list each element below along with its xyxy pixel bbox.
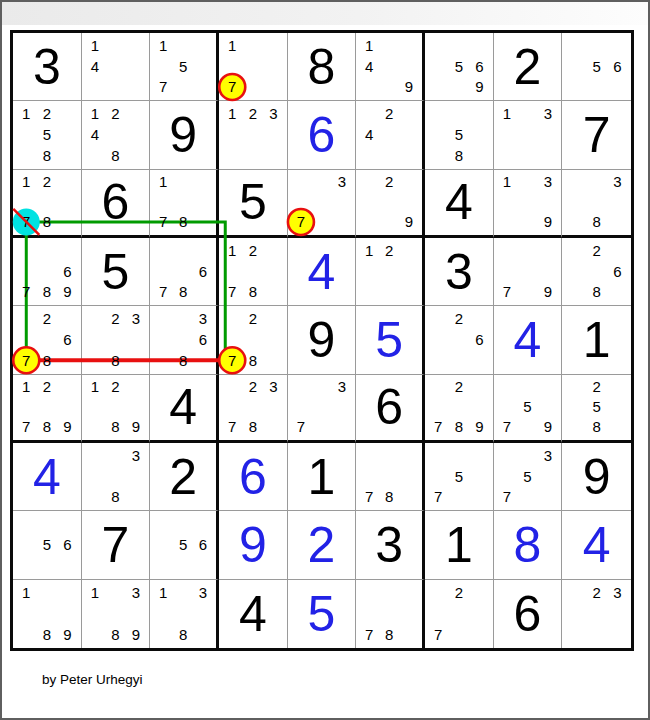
cell-r2c2[interactable]: 1248 (82, 101, 151, 169)
candidate-2: 2 (449, 377, 470, 397)
candidate-8: 8 (243, 282, 264, 303)
cell-r2c8[interactable]: 13 (494, 101, 563, 169)
cell-r1c3[interactable]: 157 (150, 33, 219, 101)
candidate-1: 1 (497, 103, 518, 124)
candidate-9: 9 (57, 282, 78, 303)
candidate-7: 7 (222, 350, 243, 371)
sudoku-board: 3141571781495692561258124891236245813712… (10, 30, 634, 651)
cell-r7c1[interactable]: 4 (13, 443, 82, 511)
candidates: 678 (153, 240, 213, 302)
cell-r1c1[interactable]: 3 (13, 33, 82, 101)
candidate-9: 9 (57, 417, 78, 437)
candidate-8: 8 (379, 624, 399, 645)
cell-r9c9[interactable]: 23 (562, 580, 631, 648)
given-digit: 9 (150, 101, 216, 168)
candidate-7: 7 (428, 487, 449, 508)
cell-r4c5[interactable]: 4 (288, 238, 357, 306)
candidate-5: 5 (586, 56, 607, 77)
candidate-9: 9 (126, 417, 147, 437)
candidate-7: 7 (153, 212, 173, 232)
candidate-3: 3 (538, 172, 559, 192)
cell-r5c9[interactable]: 1 (562, 306, 631, 374)
candidates: 58 (428, 103, 490, 165)
cell-r4c9[interactable]: 268 (562, 238, 631, 306)
cell-r3c9[interactable]: 38 (562, 170, 631, 238)
candidates: 238 (85, 308, 147, 370)
candidate-8: 8 (105, 145, 126, 166)
given-digit: 6 (494, 580, 562, 648)
cell-r9c6[interactable]: 78 (356, 580, 425, 648)
candidate-1: 1 (222, 35, 243, 56)
candidate-6: 6 (469, 56, 490, 77)
candidate-8: 8 (379, 487, 399, 508)
candidate-2: 2 (449, 582, 470, 603)
cell-r3c7[interactable]: 4 (425, 170, 494, 238)
cell-r6c6[interactable]: 6 (356, 375, 425, 443)
cell-r4c4[interactable]: 1278 (219, 238, 288, 306)
cell-r2c1[interactable]: 1258 (13, 101, 82, 169)
candidate-8: 8 (37, 624, 58, 645)
candidates: 23 (565, 582, 628, 645)
cell-r2c4[interactable]: 123 (219, 101, 288, 169)
candidate-4: 4 (359, 56, 379, 77)
cell-r2c3[interactable]: 9 (150, 101, 219, 169)
candidate-8: 8 (105, 487, 126, 508)
candidate-2: 2 (243, 377, 264, 397)
candidates: 37 (291, 377, 353, 437)
candidate-9: 9 (399, 77, 419, 98)
candidate-1: 1 (359, 240, 379, 261)
cell-r7c8[interactable]: 357 (494, 443, 563, 511)
candidate-5: 5 (449, 56, 470, 77)
candidates: 38 (85, 445, 147, 507)
candidate-1: 1 (222, 240, 243, 261)
cell-r6c8[interactable]: 579 (494, 375, 563, 443)
candidates: 278 (222, 308, 284, 370)
cell-r9c2[interactable]: 1389 (82, 580, 151, 648)
candidates: 1258 (16, 103, 78, 165)
cell-r9c4[interactable]: 4 (219, 580, 288, 648)
candidate-1: 1 (85, 103, 106, 124)
given-digit: 8 (288, 33, 356, 100)
given-digit: 5 (219, 170, 287, 235)
cell-r6c5[interactable]: 37 (288, 375, 357, 443)
cell-r5c3[interactable]: 368 (150, 306, 219, 374)
candidate-8: 8 (37, 417, 58, 437)
given-digit: 7 (82, 511, 150, 578)
given-digit: 5 (82, 238, 150, 305)
candidates: 268 (565, 240, 628, 302)
candidates: 24 (359, 103, 419, 165)
given-digit: 3 (356, 511, 422, 578)
cell-r4c6[interactable]: 12 (356, 238, 425, 306)
cell-r7c6[interactable]: 78 (356, 443, 425, 511)
solved-digit: 5 (288, 580, 356, 648)
candidate-1: 1 (153, 35, 173, 56)
candidate-3: 3 (538, 445, 559, 466)
cell-r7c3[interactable]: 2 (150, 443, 219, 511)
given-digit: 2 (150, 443, 216, 510)
candidates: 57 (428, 445, 490, 507)
candidate-8: 8 (105, 624, 126, 645)
candidates: 1248 (85, 103, 147, 165)
candidates: 569 (428, 35, 490, 97)
candidates: 14 (85, 35, 147, 97)
cell-r2c6[interactable]: 24 (356, 101, 425, 169)
cell-r8c1[interactable]: 56 (13, 511, 82, 579)
cell-r5c8[interactable]: 4 (494, 306, 563, 374)
cell-r8c3[interactable]: 56 (150, 511, 219, 579)
candidate-8: 8 (173, 350, 193, 371)
cell-r4c7[interactable]: 3 (425, 238, 494, 306)
candidate-2: 2 (449, 308, 470, 329)
candidate-6: 6 (607, 56, 628, 77)
candidates: 79 (497, 240, 559, 302)
candidates: 139 (497, 172, 559, 232)
candidates: 29 (359, 172, 419, 232)
cell-r9c8[interactable]: 6 (494, 580, 563, 648)
candidate-7: 7 (153, 282, 173, 303)
given-digit: 7 (562, 101, 631, 168)
candidate-6: 6 (193, 261, 213, 282)
solved-digit: 6 (219, 443, 287, 510)
candidates: 56 (153, 513, 213, 575)
candidate-2: 2 (105, 377, 126, 397)
candidate-6: 6 (193, 329, 213, 350)
cell-r2c5[interactable]: 6 (288, 101, 357, 169)
candidates: 579 (497, 377, 559, 437)
candidates: 157 (153, 35, 213, 97)
candidates: 13 (497, 103, 559, 165)
candidates: 123 (222, 103, 284, 165)
cell-r1c9[interactable]: 56 (562, 33, 631, 101)
candidate-7: 7 (359, 624, 379, 645)
candidate-5: 5 (37, 124, 58, 145)
cell-r6c9[interactable]: 258 (562, 375, 631, 443)
candidate-3: 3 (193, 308, 213, 329)
candidates: 2789 (428, 377, 490, 437)
candidate-3: 3 (126, 445, 147, 466)
candidate-9: 9 (126, 624, 147, 645)
candidates: 2678 (16, 308, 78, 370)
candidates: 78 (359, 582, 419, 645)
candidate-2: 2 (105, 103, 126, 124)
candidates: 38 (565, 172, 628, 232)
candidates: 1278 (222, 240, 284, 302)
candidate-6: 6 (57, 329, 78, 350)
given-digit: 9 (288, 306, 356, 373)
cell-r9c7[interactable]: 27 (425, 580, 494, 648)
candidate-7: 7 (291, 417, 312, 437)
candidates: 189 (16, 582, 78, 645)
cell-r4c3[interactable]: 678 (150, 238, 219, 306)
candidate-7: 7 (222, 282, 243, 303)
candidate-2: 2 (379, 103, 399, 124)
candidates: 178 (153, 172, 213, 232)
candidate-7: 7 (497, 282, 518, 303)
candidates: 12 (359, 240, 419, 302)
candidate-1: 1 (16, 103, 37, 124)
cell-r3c5[interactable]: 37 (288, 170, 357, 238)
candidate-1: 1 (16, 172, 37, 192)
cell-r3c4[interactable]: 5 (219, 170, 288, 238)
candidate-3: 3 (126, 308, 147, 329)
cell-r9c3[interactable]: 138 (150, 580, 219, 648)
candidate-7: 7 (359, 487, 379, 508)
candidate-1: 1 (85, 377, 106, 397)
solved-digit: 4 (562, 511, 631, 578)
candidates: 2378 (222, 377, 284, 437)
candidate-8: 8 (243, 417, 264, 437)
candidate-8: 8 (449, 417, 470, 437)
candidate-8: 8 (586, 417, 607, 437)
candidates: 56 (16, 513, 78, 575)
candidate-1: 1 (497, 172, 518, 192)
cell-r3c3[interactable]: 178 (150, 170, 219, 238)
candidates: 149 (359, 35, 419, 97)
candidate-6: 6 (57, 534, 78, 555)
sudoku-window: 3141571781495692561258124891236245813712… (0, 0, 650, 720)
cell-r7c7[interactable]: 57 (425, 443, 494, 511)
candidate-8: 8 (243, 350, 264, 371)
cell-r7c5[interactable]: 1 (288, 443, 357, 511)
candidates: 138 (153, 582, 213, 645)
candidate-8: 8 (586, 282, 607, 303)
candidate-6: 6 (193, 534, 213, 555)
given-digit: 3 (425, 238, 493, 305)
cell-r8c8[interactable]: 8 (494, 511, 563, 579)
cell-r1c7[interactable]: 569 (425, 33, 494, 101)
candidate-3: 3 (607, 172, 628, 192)
candidate-2: 2 (586, 240, 607, 261)
candidate-9: 9 (538, 282, 559, 303)
candidate-3: 3 (607, 582, 628, 603)
candidates: 12789 (16, 377, 78, 437)
candidate-5: 5 (173, 534, 193, 555)
candidate-3: 3 (126, 582, 147, 603)
given-digit: 4 (150, 375, 216, 440)
candidate-3: 3 (193, 582, 213, 603)
candidate-8: 8 (105, 417, 126, 437)
candidates: 56 (565, 35, 628, 97)
candidates: 368 (153, 308, 213, 370)
cell-r2c7[interactable]: 58 (425, 101, 494, 169)
cell-r7c4[interactable]: 6 (219, 443, 288, 511)
cell-r5c4[interactable]: 278 (219, 306, 288, 374)
solved-digit: 4 (494, 306, 562, 373)
candidate-2: 2 (379, 172, 399, 192)
candidate-3: 3 (332, 377, 353, 397)
candidate-9: 9 (469, 417, 490, 437)
cell-r3c6[interactable]: 29 (356, 170, 425, 238)
candidate-3: 3 (538, 103, 559, 124)
cell-r3c2[interactable]: 6 (82, 170, 151, 238)
candidates: 27 (428, 582, 490, 645)
candidate-4: 4 (85, 124, 106, 145)
candidate-5: 5 (586, 397, 607, 417)
cell-r1c8[interactable]: 2 (494, 33, 563, 101)
candidate-2: 2 (105, 308, 126, 329)
cell-r1c5[interactable]: 8 (288, 33, 357, 101)
candidate-8: 8 (173, 212, 193, 232)
given-digit: 1 (288, 443, 356, 510)
solved-digit: 4 (13, 443, 81, 510)
cell-r4c1[interactable]: 6789 (13, 238, 82, 306)
candidate-1: 1 (85, 35, 106, 56)
candidate-5: 5 (449, 466, 470, 487)
candidate-8: 8 (449, 145, 470, 166)
cell-r3c8[interactable]: 139 (494, 170, 563, 238)
candidate-2: 2 (243, 240, 264, 261)
candidate-2: 2 (243, 308, 264, 329)
candidate-7: 7 (153, 77, 173, 98)
candidate-5: 5 (517, 397, 538, 417)
candidate-7: 7 (222, 417, 243, 437)
candidate-4: 4 (359, 124, 379, 145)
cell-r3c1[interactable]: 1278 (13, 170, 82, 238)
candidate-7: 7 (291, 212, 312, 232)
cell-r4c8[interactable]: 79 (494, 238, 563, 306)
candidates: 26 (428, 308, 490, 370)
candidate-5: 5 (449, 124, 470, 145)
given-digit: 6 (82, 170, 150, 235)
cell-r8c5[interactable]: 2 (288, 511, 357, 579)
candidates: 37 (291, 172, 353, 232)
given-digit: 3 (13, 33, 81, 100)
candidate-8: 8 (173, 282, 193, 303)
candidate-8: 8 (173, 624, 193, 645)
candidate-1: 1 (222, 103, 243, 124)
candidate-1: 1 (359, 35, 379, 56)
cell-r6c1[interactable]: 12789 (13, 375, 82, 443)
given-digit: 4 (425, 170, 493, 235)
candidate-2: 2 (37, 377, 58, 397)
given-digit: 4 (219, 580, 287, 648)
cell-r6c7[interactable]: 2789 (425, 375, 494, 443)
candidate-3: 3 (332, 172, 353, 192)
candidate-7: 7 (497, 487, 518, 508)
candidates: 1289 (85, 377, 147, 437)
solved-digit: 8 (494, 511, 562, 578)
cell-r1c4[interactable]: 17 (219, 33, 288, 101)
candidate-3: 3 (263, 377, 284, 397)
candidates: 1278 (16, 172, 78, 232)
cell-r8c2[interactable]: 7 (82, 511, 151, 579)
candidate-6: 6 (469, 329, 490, 350)
cell-r8c6[interactable]: 3 (356, 511, 425, 579)
cell-r9c5[interactable]: 5 (288, 580, 357, 648)
candidates: 1389 (85, 582, 147, 645)
candidate-7: 7 (222, 77, 243, 98)
cell-r8c9[interactable]: 4 (562, 511, 631, 579)
candidate-7: 7 (16, 212, 37, 232)
candidate-1: 1 (16, 377, 37, 397)
candidates: 78 (359, 445, 419, 507)
candidate-5: 5 (173, 56, 193, 77)
candidate-1: 1 (153, 172, 173, 192)
cell-r1c6[interactable]: 149 (356, 33, 425, 101)
candidate-8: 8 (37, 212, 58, 232)
solved-digit: 4 (288, 238, 356, 305)
candidate-7: 7 (16, 282, 37, 303)
candidates: 258 (565, 377, 628, 437)
candidate-5: 5 (517, 466, 538, 487)
candidate-9: 9 (469, 77, 490, 98)
given-digit: 1 (562, 306, 631, 373)
credit-text: by Peter Urhegyi (42, 672, 143, 687)
cell-r6c2[interactable]: 1289 (82, 375, 151, 443)
cell-r9c1[interactable]: 189 (13, 580, 82, 648)
cell-r2c9[interactable]: 7 (562, 101, 631, 169)
candidate-6: 6 (607, 261, 628, 282)
candidate-1: 1 (85, 582, 106, 603)
given-digit: 1 (425, 511, 493, 578)
candidate-7: 7 (497, 417, 518, 437)
cell-r7c2[interactable]: 38 (82, 443, 151, 511)
candidate-2: 2 (379, 240, 399, 261)
candidate-7: 7 (428, 417, 449, 437)
candidate-8: 8 (586, 212, 607, 232)
candidate-9: 9 (57, 624, 78, 645)
candidate-5: 5 (37, 534, 58, 555)
given-digit: 6 (356, 375, 422, 440)
cell-r5c2[interactable]: 238 (82, 306, 151, 374)
candidate-1: 1 (153, 582, 173, 603)
candidate-6: 6 (57, 261, 78, 282)
candidates: 17 (222, 35, 284, 97)
cell-r5c5[interactable]: 9 (288, 306, 357, 374)
candidate-2: 2 (586, 582, 607, 603)
candidate-2: 2 (586, 377, 607, 397)
given-digit: 2 (494, 33, 562, 100)
cell-r8c4[interactable]: 9 (219, 511, 288, 579)
candidate-7: 7 (16, 417, 37, 437)
candidate-8: 8 (37, 282, 58, 303)
solved-digit: 9 (219, 511, 287, 578)
candidate-9: 9 (538, 417, 559, 437)
solved-digit: 5 (356, 306, 422, 373)
candidate-7: 7 (428, 624, 449, 645)
candidate-7: 7 (16, 350, 37, 371)
candidate-2: 2 (37, 308, 58, 329)
cell-r5c1[interactable]: 2678 (13, 306, 82, 374)
candidate-1: 1 (16, 582, 37, 603)
cell-r6c3[interactable]: 4 (150, 375, 219, 443)
candidate-8: 8 (37, 145, 58, 166)
cell-r5c7[interactable]: 26 (425, 306, 494, 374)
candidate-2: 2 (243, 103, 264, 124)
cell-r1c2[interactable]: 14 (82, 33, 151, 101)
solved-digit: 6 (288, 101, 356, 168)
title-bar (2, 2, 648, 25)
candidates: 357 (497, 445, 559, 507)
solved-digit: 2 (288, 511, 356, 578)
candidate-8: 8 (37, 350, 58, 371)
candidate-3: 3 (263, 103, 284, 124)
given-digit: 9 (562, 443, 631, 510)
candidate-8: 8 (105, 350, 126, 371)
cell-r8c7[interactable]: 1 (425, 511, 494, 579)
candidate-4: 4 (85, 56, 106, 77)
candidate-9: 9 (399, 212, 419, 232)
cell-r7c9[interactable]: 9 (562, 443, 631, 511)
cell-r4c2[interactable]: 5 (82, 238, 151, 306)
candidate-9: 9 (538, 212, 559, 232)
cell-r5c6[interactable]: 5 (356, 306, 425, 374)
cell-r6c4[interactable]: 2378 (219, 375, 288, 443)
candidates: 6789 (16, 240, 78, 302)
candidate-2: 2 (37, 172, 58, 192)
